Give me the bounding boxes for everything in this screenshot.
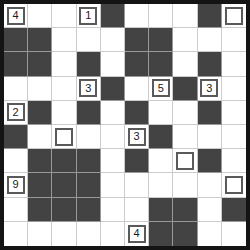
cell-r6c5-shaded[interactable] — [125, 149, 149, 173]
cell-r3c6[interactable]: 5 — [149, 77, 173, 101]
cell-r3c3[interactable]: 3 — [77, 77, 101, 101]
cell-r7c6[interactable] — [149, 173, 173, 197]
cell-r6c3-shaded[interactable] — [77, 149, 101, 173]
cell-r8c9-shaded[interactable] — [222, 198, 246, 222]
cell-r5c8[interactable] — [198, 125, 222, 149]
cell-r2c4[interactable] — [101, 52, 125, 76]
cell-r7c5[interactable] — [125, 173, 149, 197]
cell-r3c7-shaded[interactable] — [173, 77, 197, 101]
cell-r7c2-shaded[interactable] — [52, 173, 76, 197]
cell-r4c8-shaded[interactable] — [198, 101, 222, 125]
clue-number: 1 — [85, 10, 91, 21]
cell-r1c6-shaded[interactable] — [149, 28, 173, 52]
cell-r4c4[interactable] — [101, 101, 125, 125]
cell-r1c7[interactable] — [173, 28, 197, 52]
cell-r0c7[interactable] — [173, 4, 197, 28]
cell-r5c7[interactable] — [173, 125, 197, 149]
cell-r2c2[interactable] — [52, 52, 76, 76]
cell-r8c7-shaded[interactable] — [173, 198, 197, 222]
cell-r3c0[interactable] — [4, 77, 28, 101]
cell-r9c9[interactable] — [222, 222, 246, 246]
puzzle-board: 413532394 — [0, 0, 250, 250]
cell-r1c4[interactable] — [101, 28, 125, 52]
cell-r0c2[interactable] — [52, 4, 76, 28]
clue-box[interactable]: 4 — [7, 7, 25, 25]
cell-r9c3[interactable] — [77, 222, 101, 246]
cell-r8c6-shaded[interactable] — [149, 198, 173, 222]
cell-r5c4[interactable] — [101, 125, 125, 149]
cell-r5c9[interactable] — [222, 125, 246, 149]
clue-number: 5 — [158, 83, 164, 94]
cell-r1c2[interactable] — [52, 28, 76, 52]
cell-r0c5[interactable] — [125, 4, 149, 28]
cell-r6c7[interactable] — [173, 149, 197, 173]
cell-r1c9[interactable] — [222, 28, 246, 52]
cell-r5c2[interactable] — [52, 125, 76, 149]
cell-r3c8[interactable]: 3 — [198, 77, 222, 101]
cell-r8c2-shaded[interactable] — [52, 198, 76, 222]
clue-box[interactable]: 1 — [79, 7, 97, 25]
cell-r6c9[interactable] — [222, 149, 246, 173]
cell-r7c7[interactable] — [173, 173, 197, 197]
cell-r5c1[interactable] — [28, 125, 52, 149]
cell-r1c1-shaded[interactable] — [28, 28, 52, 52]
cell-r0c3[interactable]: 1 — [77, 4, 101, 28]
cell-r4c6[interactable] — [149, 101, 173, 125]
cell-r9c1[interactable] — [28, 222, 52, 246]
cell-r7c4[interactable] — [101, 173, 125, 197]
clue-number: 3 — [206, 83, 212, 94]
cell-r7c0[interactable]: 9 — [4, 173, 28, 197]
cell-r5c3[interactable] — [77, 125, 101, 149]
clue-box[interactable]: 9 — [7, 176, 25, 194]
cell-r0c0[interactable]: 4 — [4, 4, 28, 28]
clue-box[interactable]: 2 — [7, 103, 25, 121]
cell-r8c5[interactable] — [125, 198, 149, 222]
cell-r4c2[interactable] — [52, 101, 76, 125]
cell-r4c9[interactable] — [222, 101, 246, 125]
cell-r7c1-shaded[interactable] — [28, 173, 52, 197]
cell-r2c6-shaded[interactable] — [149, 52, 173, 76]
clue-box[interactable]: 5 — [152, 79, 170, 97]
cell-r5c5[interactable]: 3 — [125, 125, 149, 149]
cell-r2c5-shaded[interactable] — [125, 52, 149, 76]
cell-r8c0[interactable] — [4, 198, 28, 222]
cell-r6c0[interactable] — [4, 149, 28, 173]
cell-r4c5-shaded[interactable] — [125, 101, 149, 125]
cell-r2c0-shaded[interactable] — [4, 52, 28, 76]
cell-r7c8[interactable] — [198, 173, 222, 197]
cell-r5c0-shaded[interactable] — [4, 125, 28, 149]
cell-r5c6-shaded[interactable] — [149, 125, 173, 149]
cell-r3c1[interactable] — [28, 77, 52, 101]
cell-r2c8-shaded[interactable] — [198, 52, 222, 76]
cell-r4c3-shaded[interactable] — [77, 101, 101, 125]
clue-number: 3 — [134, 131, 140, 142]
cell-r8c4[interactable] — [101, 198, 125, 222]
cell-r6c4[interactable] — [101, 149, 125, 173]
cell-r9c4[interactable] — [101, 222, 125, 246]
empty-clue-box[interactable] — [176, 152, 194, 170]
cell-r3c2[interactable] — [52, 77, 76, 101]
empty-clue-box[interactable] — [225, 7, 243, 25]
cell-r9c7-shaded[interactable] — [173, 222, 197, 246]
clue-number: 4 — [134, 228, 140, 239]
empty-clue-box[interactable] — [55, 128, 73, 146]
cell-r6c8-shaded[interactable] — [198, 149, 222, 173]
cell-r2c1-shaded[interactable] — [28, 52, 52, 76]
cell-r2c7[interactable] — [173, 52, 197, 76]
cell-r8c1-shaded[interactable] — [28, 198, 52, 222]
cell-r1c3[interactable] — [77, 28, 101, 52]
cell-r9c2[interactable] — [52, 222, 76, 246]
cell-r6c2-shaded[interactable] — [52, 149, 76, 173]
cell-r1c8[interactable] — [198, 28, 222, 52]
cell-r0c6[interactable] — [149, 4, 173, 28]
cell-r6c6[interactable] — [149, 149, 173, 173]
clue-box[interactable]: 3 — [128, 128, 146, 146]
cell-r0c1[interactable] — [28, 4, 52, 28]
cell-r7c3-shaded[interactable] — [77, 173, 101, 197]
cell-r6c1-shaded[interactable] — [28, 149, 52, 173]
clue-number: 3 — [85, 83, 91, 94]
clue-number: 9 — [13, 179, 19, 190]
clue-box[interactable]: 3 — [200, 79, 218, 97]
cell-r1c0-shaded[interactable] — [4, 28, 28, 52]
cell-r0c9[interactable] — [222, 4, 246, 28]
cell-r0c4-shaded[interactable] — [101, 4, 125, 28]
clue-box[interactable]: 3 — [79, 79, 97, 97]
cell-r2c9[interactable] — [222, 52, 246, 76]
cell-r0c8-shaded[interactable] — [198, 4, 222, 28]
cell-r7c9[interactable] — [222, 173, 246, 197]
cell-r3c9[interactable] — [222, 77, 246, 101]
cell-r8c8[interactable] — [198, 198, 222, 222]
cell-r9c5[interactable]: 4 — [125, 222, 149, 246]
cell-r2c3-shaded[interactable] — [77, 52, 101, 76]
empty-clue-box[interactable] — [225, 176, 243, 194]
cell-r4c1-shaded[interactable] — [28, 101, 52, 125]
cell-r4c7[interactable] — [173, 101, 197, 125]
cell-r9c6-shaded[interactable] — [149, 222, 173, 246]
clue-number: 4 — [13, 10, 19, 21]
cell-r9c8[interactable] — [198, 222, 222, 246]
cell-r1c5-shaded[interactable] — [125, 28, 149, 52]
cell-r9c0[interactable] — [4, 222, 28, 246]
clue-box[interactable]: 4 — [128, 225, 146, 243]
cell-r3c4-shaded[interactable] — [101, 77, 125, 101]
cell-r3c5[interactable] — [125, 77, 149, 101]
cell-r8c3-shaded[interactable] — [77, 198, 101, 222]
cell-r4c0[interactable]: 2 — [4, 101, 28, 125]
clue-number: 2 — [13, 107, 19, 118]
